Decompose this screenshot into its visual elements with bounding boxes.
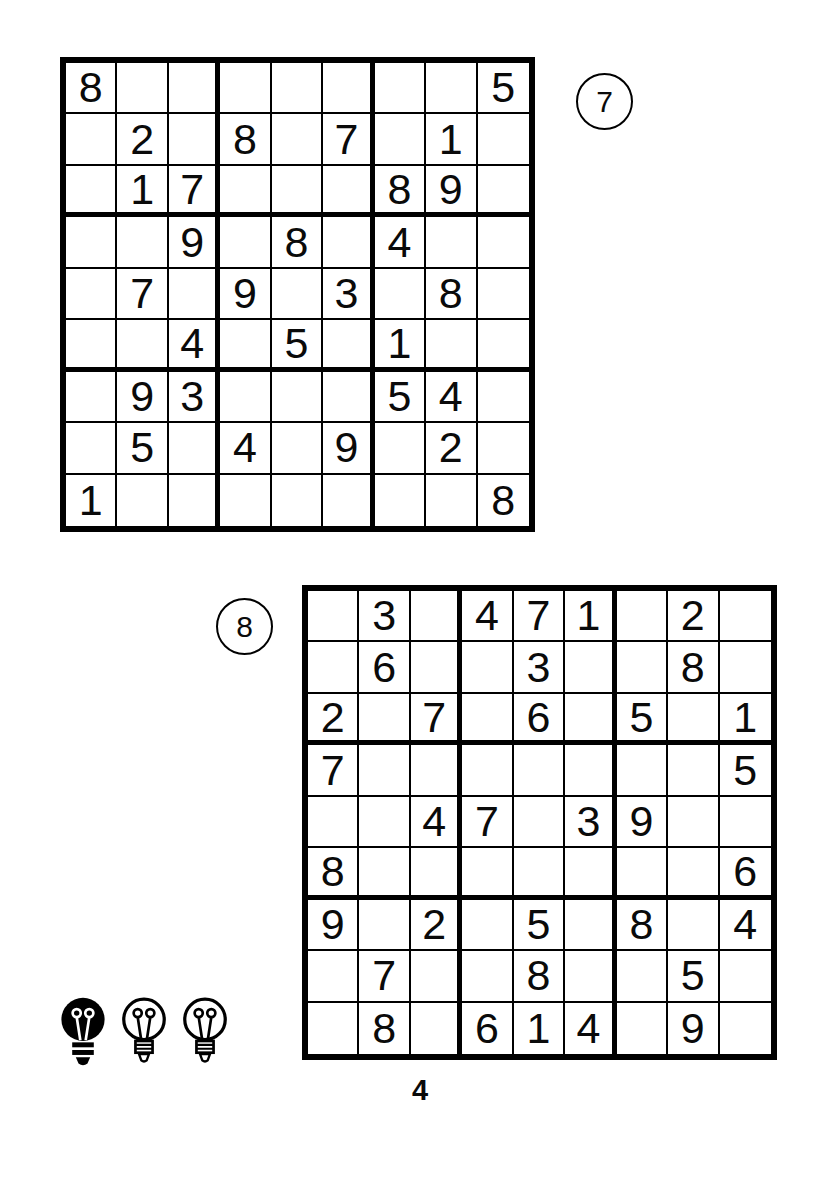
puzzle-8-cell-r7c7: 8 [617, 900, 668, 951]
puzzle-7-cell-r1c6[interactable] [323, 63, 374, 114]
puzzle-7-cell-r1c1: 8 [66, 63, 117, 114]
puzzle-7-cell-r9c1: 1 [66, 475, 117, 526]
puzzle-8-cell-r3c2[interactable] [359, 694, 410, 745]
puzzle-8-cell-r4c4[interactable] [462, 745, 513, 796]
puzzle-7-number-badge: 7 [576, 73, 633, 130]
puzzle-7-cell-r5c7[interactable] [375, 269, 426, 320]
puzzle-7-cell-r7c1[interactable] [66, 372, 117, 423]
puzzle-8-cell-r9c5: 1 [514, 1003, 565, 1054]
puzzle-8-cell-r3c5: 6 [514, 694, 565, 745]
puzzle-7-cell-r2c6: 7 [323, 114, 374, 165]
puzzle-8-cell-r4c6[interactable] [565, 745, 616, 796]
puzzle-8-cell-r9c6: 4 [565, 1003, 616, 1054]
puzzle-8-cell-r8c4[interactable] [462, 951, 513, 1002]
puzzle-7-cell-r2c7[interactable] [375, 114, 426, 165]
puzzle-7-cell-r9c2[interactable] [117, 475, 168, 526]
puzzle-8-cell-r5c9[interactable] [720, 797, 771, 848]
puzzle-8-cell-r1c3[interactable] [411, 591, 462, 642]
puzzle-7-cell-r9c5[interactable] [272, 475, 323, 526]
puzzle-7-cell-r5c4: 9 [220, 269, 271, 320]
puzzle-8-cell-r5c1[interactable] [308, 797, 359, 848]
puzzle-8-number: 8 [236, 610, 253, 644]
puzzle-8-cell-r7c5: 5 [514, 900, 565, 951]
puzzle-8-cell-r9c8: 9 [668, 1003, 719, 1054]
puzzle-8-cell-r2c3[interactable] [411, 642, 462, 693]
puzzle-8-cell-r8c9[interactable] [720, 951, 771, 1002]
puzzle-8-number-badge: 8 [216, 598, 273, 655]
puzzle-8-cell-r7c1: 9 [308, 900, 359, 951]
puzzle-8-cell-r3c7: 5 [617, 694, 668, 745]
puzzle-7-cell-r4c9[interactable] [478, 217, 529, 268]
puzzle-7-cell-r1c8[interactable] [426, 63, 477, 114]
puzzle-8-cell-r9c9[interactable] [720, 1003, 771, 1054]
puzzle-7-cell-r7c3: 3 [169, 372, 220, 423]
puzzle-8-cell-r7c9: 4 [720, 900, 771, 951]
puzzle-7-cell-r2c8: 1 [426, 114, 477, 165]
puzzle-8-cell-r3c1: 2 [308, 694, 359, 745]
puzzle-7-cell-r6c6[interactable] [323, 320, 374, 371]
puzzle-8-cell-r3c6[interactable] [565, 694, 616, 745]
puzzle-8-cell-r9c3[interactable] [411, 1003, 462, 1054]
puzzle-8-cell-r1c6: 1 [565, 591, 616, 642]
puzzle-8-cell-r4c9: 5 [720, 745, 771, 796]
puzzle-8-cell-r1c2: 3 [359, 591, 410, 642]
puzzle-8-cell-r2c8: 8 [668, 642, 719, 693]
puzzle-7-cell-r6c8[interactable] [426, 320, 477, 371]
puzzle-7-cell-r3c9[interactable] [478, 166, 529, 217]
puzzle-7-cell-r8c7[interactable] [375, 423, 426, 474]
lightbulb-outline-icon [178, 992, 232, 1072]
puzzle-7-cell-r6c7: 1 [375, 320, 426, 371]
puzzle-8-cell-r6c7[interactable] [617, 848, 668, 899]
puzzle-8-cell-r8c3[interactable] [411, 951, 462, 1002]
lightbulb-outline-icon [117, 992, 171, 1072]
puzzle-8-cell-r6c5[interactable] [514, 848, 565, 899]
puzzle-8-cell-r4c7[interactable] [617, 745, 668, 796]
puzzle-8-cell-r2c6[interactable] [565, 642, 616, 693]
puzzle-8-cell-r6c2[interactable] [359, 848, 410, 899]
puzzle-7-cell-r8c4: 4 [220, 423, 271, 474]
puzzle-8-cell-r1c1[interactable] [308, 591, 359, 642]
puzzle-7-number: 7 [596, 85, 613, 119]
puzzle-8-cell-r4c1: 7 [308, 745, 359, 796]
puzzle-8-cell-r3c3: 7 [411, 694, 462, 745]
puzzle-8-cell-r5c4: 7 [462, 797, 513, 848]
puzzle-8-cell-r5c7: 9 [617, 797, 668, 848]
lightbulb-filled-icon [56, 992, 110, 1072]
puzzle-7-cell-r6c9[interactable] [478, 320, 529, 371]
puzzle-8-cell-r8c7[interactable] [617, 951, 668, 1002]
puzzle-7-cell-r6c1[interactable] [66, 320, 117, 371]
puzzle-8-cell-r1c7[interactable] [617, 591, 668, 642]
puzzle-7-cell-r1c3[interactable] [169, 63, 220, 114]
puzzle-8-cell-r9c1[interactable] [308, 1003, 359, 1054]
puzzle-8-cell-r7c6[interactable] [565, 900, 616, 951]
puzzle-7-cell-r4c6[interactable] [323, 217, 374, 268]
puzzle-7-cell-r1c5[interactable] [272, 63, 323, 114]
puzzle-7-cell-r9c3[interactable] [169, 475, 220, 526]
puzzle-8-cell-r4c3[interactable] [411, 745, 462, 796]
puzzle-7-cell-r3c2: 1 [117, 166, 168, 217]
puzzle-8-cell-r5c6: 3 [565, 797, 616, 848]
puzzle-8-cell-r4c8[interactable] [668, 745, 719, 796]
puzzle-7-cell-r2c2: 2 [117, 114, 168, 165]
puzzle-8-cell-r6c4[interactable] [462, 848, 513, 899]
puzzle-7-cell-r8c1[interactable] [66, 423, 117, 474]
puzzle-8-cell-r5c8[interactable] [668, 797, 719, 848]
puzzle-8-cell-r8c6[interactable] [565, 951, 616, 1002]
puzzle-7-cell-r2c5[interactable] [272, 114, 323, 165]
puzzle-7-cell-r8c9[interactable] [478, 423, 529, 474]
puzzle-8-cell-r1c5: 7 [514, 591, 565, 642]
puzzle-8-cell-r1c8: 2 [668, 591, 719, 642]
puzzle-7-cell-r9c7[interactable] [375, 475, 426, 526]
puzzle-7-cell-r6c4[interactable] [220, 320, 271, 371]
puzzle-7-cell-r1c4[interactable] [220, 63, 271, 114]
puzzle-8-cell-r2c5: 3 [514, 642, 565, 693]
puzzle-8-cell-r2c4[interactable] [462, 642, 513, 693]
puzzle-8-cell-r5c5[interactable] [514, 797, 565, 848]
puzzle-7-cell-r8c3[interactable] [169, 423, 220, 474]
puzzle-8-cell-r6c3[interactable] [411, 848, 462, 899]
puzzle-7-cell-r5c2: 7 [117, 269, 168, 320]
puzzle-7-cell-r3c6[interactable] [323, 166, 374, 217]
puzzle-8-cell-r8c8: 5 [668, 951, 719, 1002]
puzzle-7-cell-r3c3: 7 [169, 166, 220, 217]
puzzle-8-cell-r6c9: 6 [720, 848, 771, 899]
puzzle-8-cell-r4c2[interactable] [359, 745, 410, 796]
puzzle-8-cell-r7c8[interactable] [668, 900, 719, 951]
puzzle-7-cell-r1c2[interactable] [117, 63, 168, 114]
puzzle-7-cell-r2c4: 8 [220, 114, 271, 165]
puzzle-8-cell-r5c2[interactable] [359, 797, 410, 848]
puzzle-8-cell-r2c9[interactable] [720, 642, 771, 693]
puzzle-8-cell-r2c7[interactable] [617, 642, 668, 693]
puzzle-7-cell-r3c8: 9 [426, 166, 477, 217]
puzzle-7-cell-r6c5: 5 [272, 320, 323, 371]
puzzle-8-cell-r2c1[interactable] [308, 642, 359, 693]
puzzle-7-cell-r3c1[interactable] [66, 166, 117, 217]
puzzle-8-cell-r3c9: 1 [720, 694, 771, 745]
puzzle-7-cell-r5c3[interactable] [169, 269, 220, 320]
puzzle-7-cell-r4c3: 9 [169, 217, 220, 268]
puzzle-7-cell-r7c7: 5 [375, 372, 426, 423]
puzzle-8-cell-r9c2: 8 [359, 1003, 410, 1054]
puzzle-7-cell-r7c8: 4 [426, 372, 477, 423]
puzzle-7-cell-r3c5[interactable] [272, 166, 323, 217]
puzzle-7-cell-r8c2: 5 [117, 423, 168, 474]
puzzle-8-cell-r4c5[interactable] [514, 745, 565, 796]
puzzle-8-cell-r8c1[interactable] [308, 951, 359, 1002]
puzzle-8-cell-r9c7[interactable] [617, 1003, 668, 1054]
puzzle-7-cell-r4c2[interactable] [117, 217, 168, 268]
puzzle-7-cell-r7c5[interactable] [272, 372, 323, 423]
puzzle-8-cell-r7c2[interactable] [359, 900, 410, 951]
puzzle-7-cell-r9c9: 8 [478, 475, 529, 526]
puzzle-7-cell-r6c3: 4 [169, 320, 220, 371]
puzzle-7-cell-r4c1[interactable] [66, 217, 117, 268]
puzzle-8-cell-r7c4[interactable] [462, 900, 513, 951]
puzzle-7-cell-r5c5[interactable] [272, 269, 323, 320]
puzzle-7-cell-r5c8: 8 [426, 269, 477, 320]
puzzle-7-cell-r5c1[interactable] [66, 269, 117, 320]
page-number: 4 [0, 1074, 840, 1107]
puzzle-7-cell-r1c9: 5 [478, 63, 529, 114]
puzzle-8-cell-r8c5: 8 [514, 951, 565, 1002]
puzzle-7-cell-r8c6: 9 [323, 423, 374, 474]
puzzle-7-cell-r1c7[interactable] [375, 63, 426, 114]
puzzle-7-cell-r9c6[interactable] [323, 475, 374, 526]
puzzle-7-cell-r3c7: 8 [375, 166, 426, 217]
puzzle-8-cell-r3c8[interactable] [668, 694, 719, 745]
puzzle-7-cell-r8c8: 2 [426, 423, 477, 474]
puzzle-7-cell-r9c4[interactable] [220, 475, 271, 526]
puzzle-8-cell-r1c9[interactable] [720, 591, 771, 642]
puzzle-8-cell-r5c3: 4 [411, 797, 462, 848]
puzzle-7-cell-r7c4[interactable] [220, 372, 271, 423]
puzzle-7-cell-r9c8[interactable] [426, 475, 477, 526]
puzzle-7-cell-r6c2[interactable] [117, 320, 168, 371]
puzzle-8-cell-r6c8[interactable] [668, 848, 719, 899]
puzzle-7-cell-r2c9[interactable] [478, 114, 529, 165]
puzzle-7-cell-r4c7: 4 [375, 217, 426, 268]
puzzle-8-cell-r3c4[interactable] [462, 694, 513, 745]
puzzle-8-cell-r8c2: 7 [359, 951, 410, 1002]
puzzle-7-cell-r4c5: 8 [272, 217, 323, 268]
puzzle-8-cell-r6c1: 8 [308, 848, 359, 899]
sudoku-grid-8: 3471263827651754739869258478586149 [302, 585, 777, 1060]
puzzle-7-cell-r4c8[interactable] [426, 217, 477, 268]
puzzle-book-page: 7 852871178998479384519354549218 8 34712… [0, 0, 840, 1190]
puzzle-7-cell-r7c2: 9 [117, 372, 168, 423]
puzzle-7-cell-r7c6[interactable] [323, 372, 374, 423]
puzzle-7-cell-r2c1[interactable] [66, 114, 117, 165]
puzzle-7-cell-r5c6: 3 [323, 269, 374, 320]
puzzle-8-cell-r2c2: 6 [359, 642, 410, 693]
puzzle-7-cell-r3c4[interactable] [220, 166, 271, 217]
puzzle-7-cell-r8c5[interactable] [272, 423, 323, 474]
puzzle-8-cell-r6c6[interactable] [565, 848, 616, 899]
puzzle-8-cell-r9c4: 6 [462, 1003, 513, 1054]
difficulty-indicator [56, 992, 232, 1072]
puzzle-8-cell-r1c4: 4 [462, 591, 513, 642]
puzzle-7-cell-r4c4[interactable] [220, 217, 271, 268]
puzzle-7-cell-r7c9[interactable] [478, 372, 529, 423]
puzzle-7-cell-r2c3[interactable] [169, 114, 220, 165]
sudoku-grid-7: 852871178998479384519354549218 [60, 57, 535, 532]
puzzle-8-cell-r7c3: 2 [411, 900, 462, 951]
puzzle-7-cell-r5c9[interactable] [478, 269, 529, 320]
